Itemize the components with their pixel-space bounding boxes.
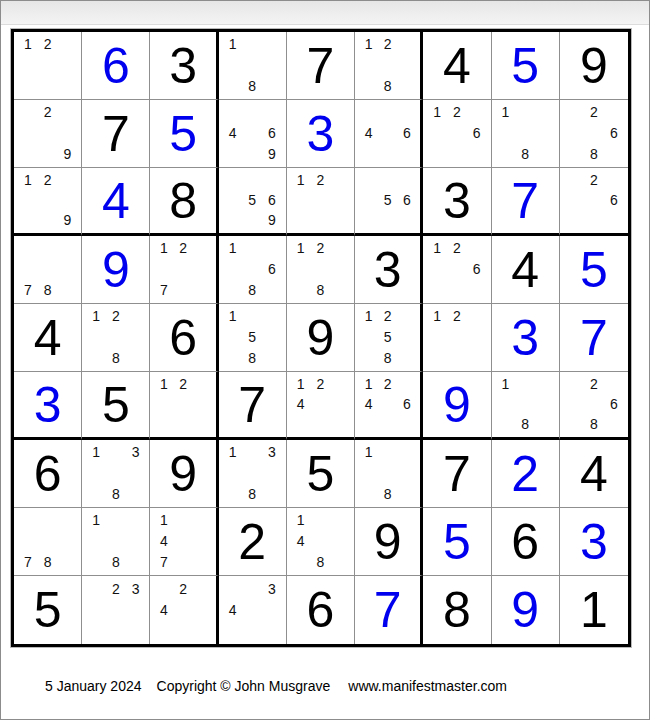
solved-digit: 3 xyxy=(14,372,81,437)
candidate-1: 1 xyxy=(154,374,173,394)
cell-r8c6[interactable]: 9 xyxy=(355,508,423,576)
candidate-1: 1 xyxy=(291,170,311,190)
candidate-1: 1 xyxy=(223,34,243,55)
given-digit: 7 xyxy=(219,372,286,437)
cell-r4c6[interactable]: 3 xyxy=(355,236,423,304)
candidate-1: 1 xyxy=(427,102,447,123)
candidate-7: 7 xyxy=(154,551,173,572)
cell-r2c2[interactable]: 7 xyxy=(82,100,150,168)
candidate-6: 6 xyxy=(262,123,282,144)
candidate-2: 2 xyxy=(378,34,397,55)
cell-r8c3[interactable]: 147 xyxy=(150,508,218,576)
cell-r6c8[interactable]: 18 xyxy=(492,372,560,440)
candidate-2: 2 xyxy=(447,306,467,327)
pencil-marks: 18 xyxy=(86,510,145,572)
candidate-5: 5 xyxy=(378,327,397,348)
candidate-6: 6 xyxy=(604,123,624,144)
candidate-2: 2 xyxy=(311,170,331,190)
cell-r7c5[interactable]: 5 xyxy=(287,440,355,508)
cell-r6c6[interactable]: 1246 xyxy=(355,372,423,440)
cell-r7c2[interactable]: 138 xyxy=(82,440,150,508)
pencil-marks: 127 xyxy=(154,238,211,300)
given-digit: 4 xyxy=(560,440,628,507)
pencil-marks: 128 xyxy=(291,238,350,300)
cell-r4c2[interactable]: 9 xyxy=(82,236,150,304)
candidate-4: 4 xyxy=(223,599,243,620)
given-digit: 7 xyxy=(423,440,490,507)
given-digit: 3 xyxy=(355,236,420,303)
given-digit: 9 xyxy=(150,440,215,507)
sudoku-page: 1263187128459297546934612618268129485691… xyxy=(0,0,650,720)
candidate-3: 3 xyxy=(262,578,282,599)
cell-r4c9[interactable]: 5 xyxy=(560,236,628,304)
cell-r8c9[interactable]: 3 xyxy=(560,508,628,576)
cell-r6c9[interactable]: 268 xyxy=(560,372,628,440)
cell-r3c2[interactable]: 4 xyxy=(82,168,150,236)
candidate-1: 1 xyxy=(18,170,38,190)
candidate-2: 2 xyxy=(106,578,126,599)
candidate-8: 8 xyxy=(378,483,397,504)
cell-r6c7[interactable]: 9 xyxy=(423,372,491,440)
footer-copyright: Copyright © John Musgrave xyxy=(157,678,331,694)
given-digit: 3 xyxy=(423,168,490,233)
cell-r3c3[interactable]: 8 xyxy=(150,168,218,236)
cell-r8c5[interactable]: 148 xyxy=(287,508,355,576)
cell-r9c6[interactable]: 7 xyxy=(355,576,423,644)
candidate-1: 1 xyxy=(223,238,243,259)
candidate-6: 6 xyxy=(262,190,282,210)
candidate-5: 5 xyxy=(378,190,397,210)
candidate-2: 2 xyxy=(378,306,397,327)
cell-r2c5[interactable]: 3 xyxy=(287,100,355,168)
candidate-4: 4 xyxy=(223,123,243,144)
given-digit: 8 xyxy=(423,576,490,644)
cell-r2c9[interactable]: 268 xyxy=(560,100,628,168)
cell-r1c6[interactable]: 128 xyxy=(355,32,423,100)
given-digit: 3 xyxy=(150,32,215,99)
cell-r7c4[interactable]: 138 xyxy=(219,440,287,508)
candidate-1: 1 xyxy=(427,306,447,327)
cell-r9c9[interactable]: 1 xyxy=(560,576,628,644)
pencil-marks: 148 xyxy=(291,510,350,572)
candidate-8: 8 xyxy=(378,347,397,368)
pencil-marks: 46 xyxy=(359,102,416,164)
cell-r2c3[interactable]: 5 xyxy=(150,100,218,168)
cell-r8c1[interactable]: 78 xyxy=(14,508,82,576)
candidate-2: 2 xyxy=(584,102,604,123)
solved-digit: 3 xyxy=(560,508,628,575)
candidate-1: 1 xyxy=(359,34,378,55)
candidate-9: 9 xyxy=(57,143,77,164)
pencil-marks: 129 xyxy=(18,170,77,230)
candidate-2: 2 xyxy=(174,578,193,599)
cell-r4c1[interactable]: 78 xyxy=(14,236,82,304)
candidate-1: 1 xyxy=(359,374,378,394)
candidate-1: 1 xyxy=(154,510,173,531)
given-digit: 1 xyxy=(560,576,628,644)
cell-r2c6[interactable]: 46 xyxy=(355,100,423,168)
candidate-4: 4 xyxy=(291,531,311,552)
given-digit: 9 xyxy=(560,32,628,99)
window-titlebar xyxy=(1,1,649,25)
candidate-8: 8 xyxy=(242,279,262,300)
candidate-1: 1 xyxy=(496,374,516,394)
cell-r7c9[interactable]: 4 xyxy=(560,440,628,508)
cell-r8c2[interactable]: 18 xyxy=(82,508,150,576)
cell-r1c2[interactable]: 6 xyxy=(82,32,150,100)
candidate-8: 8 xyxy=(515,143,535,164)
candidate-6: 6 xyxy=(604,394,624,414)
cell-r7c1[interactable]: 6 xyxy=(14,440,82,508)
candidate-6: 6 xyxy=(604,190,624,210)
candidate-4: 4 xyxy=(154,531,173,552)
pencil-marks: 12 xyxy=(427,306,486,368)
cell-r6c2[interactable]: 5 xyxy=(82,372,150,440)
pencil-marks: 126 xyxy=(427,102,486,164)
cell-r3c9[interactable]: 26 xyxy=(560,168,628,236)
cell-r3c7[interactable]: 3 xyxy=(423,168,491,236)
solved-digit: 9 xyxy=(82,236,149,303)
cell-r3c1[interactable]: 129 xyxy=(14,168,82,236)
cell-r4c5[interactable]: 128 xyxy=(287,236,355,304)
pencil-marks: 469 xyxy=(223,102,282,164)
cell-r7c3[interactable]: 9 xyxy=(150,440,218,508)
given-digit: 7 xyxy=(287,32,354,99)
solved-digit: 7 xyxy=(355,576,420,644)
given-digit: 9 xyxy=(287,304,354,371)
pencil-marks: 268 xyxy=(564,374,624,434)
candidate-3: 3 xyxy=(126,578,146,599)
given-digit: 5 xyxy=(82,372,149,437)
cell-r2c8[interactable]: 18 xyxy=(492,100,560,168)
cell-r7c6[interactable]: 18 xyxy=(355,440,423,508)
cell-r5c8[interactable]: 3 xyxy=(492,304,560,372)
candidate-1: 1 xyxy=(496,102,516,123)
cell-r9c7[interactable]: 8 xyxy=(423,576,491,644)
candidate-8: 8 xyxy=(515,414,535,434)
given-digit: 6 xyxy=(287,576,354,644)
cell-r9c1[interactable]: 5 xyxy=(14,576,82,644)
given-digit: 5 xyxy=(14,576,81,644)
candidate-2: 2 xyxy=(447,238,467,259)
candidate-5: 5 xyxy=(242,190,262,210)
pencil-marks: 126 xyxy=(427,238,486,300)
pencil-marks: 56 xyxy=(359,170,416,230)
candidate-1: 1 xyxy=(359,306,378,327)
given-digit: 4 xyxy=(14,304,81,371)
candidate-2: 2 xyxy=(311,238,331,259)
candidate-4: 4 xyxy=(154,599,173,620)
candidate-6: 6 xyxy=(397,190,416,210)
cell-r5c1[interactable]: 4 xyxy=(14,304,82,372)
candidate-2: 2 xyxy=(106,306,126,327)
pencil-marks: 1246 xyxy=(359,374,416,434)
cell-r7c7[interactable]: 7 xyxy=(423,440,491,508)
candidate-1: 1 xyxy=(86,510,106,531)
given-digit: 5 xyxy=(287,440,354,507)
solved-digit: 5 xyxy=(560,236,628,303)
pencil-marks: 12 xyxy=(154,374,211,434)
candidate-9: 9 xyxy=(57,210,77,230)
candidate-2: 2 xyxy=(378,374,397,394)
candidate-2: 2 xyxy=(174,238,193,259)
candidate-8: 8 xyxy=(311,551,331,572)
pencil-marks: 158 xyxy=(223,306,282,368)
solved-digit: 2 xyxy=(492,440,559,507)
candidate-4: 4 xyxy=(359,394,378,414)
cell-r4c8[interactable]: 4 xyxy=(492,236,560,304)
pencil-marks: 29 xyxy=(18,102,77,164)
candidate-6: 6 xyxy=(467,259,487,280)
given-digit: 6 xyxy=(150,304,215,371)
cell-r5c2[interactable]: 128 xyxy=(82,304,150,372)
pencil-marks: 138 xyxy=(223,442,282,504)
pencil-marks: 569 xyxy=(223,170,282,230)
candidate-1: 1 xyxy=(291,238,311,259)
solved-digit: 7 xyxy=(492,168,559,233)
solved-digit: 5 xyxy=(492,32,559,99)
candidate-9: 9 xyxy=(262,210,282,230)
candidate-7: 7 xyxy=(18,551,38,572)
candidate-1: 1 xyxy=(86,442,106,463)
solved-digit: 6 xyxy=(82,32,149,99)
pencil-marks: 12 xyxy=(18,34,77,96)
pencil-marks: 23 xyxy=(86,578,145,641)
footer: 5 January 2024Copyright © John Musgravew… xyxy=(45,678,507,694)
cell-r3c8[interactable]: 7 xyxy=(492,168,560,236)
candidate-1: 1 xyxy=(154,238,173,259)
candidate-8: 8 xyxy=(584,143,604,164)
given-digit: 4 xyxy=(492,236,559,303)
cell-r1c9[interactable]: 9 xyxy=(560,32,628,100)
solved-digit: 7 xyxy=(560,304,628,371)
solved-digit: 9 xyxy=(492,576,559,644)
pencil-marks: 18 xyxy=(496,374,555,434)
candidate-2: 2 xyxy=(447,102,467,123)
cell-r7c8[interactable]: 2 xyxy=(492,440,560,508)
solved-digit: 3 xyxy=(492,304,559,371)
candidate-1: 1 xyxy=(427,238,447,259)
cell-r6c4[interactable]: 7 xyxy=(219,372,287,440)
candidate-1: 1 xyxy=(359,442,378,463)
candidate-2: 2 xyxy=(584,374,604,394)
solved-digit: 4 xyxy=(82,168,149,233)
cell-r1c8[interactable]: 5 xyxy=(492,32,560,100)
candidate-2: 2 xyxy=(311,374,331,394)
candidate-2: 2 xyxy=(38,102,58,123)
candidate-9: 9 xyxy=(262,143,282,164)
cell-r3c5[interactable]: 12 xyxy=(287,168,355,236)
candidate-7: 7 xyxy=(18,279,38,300)
cell-r6c3[interactable]: 12 xyxy=(150,372,218,440)
pencil-marks: 78 xyxy=(18,238,77,300)
cell-r1c5[interactable]: 7 xyxy=(287,32,355,100)
candidate-8: 8 xyxy=(38,279,58,300)
cell-r5c4[interactable]: 158 xyxy=(219,304,287,372)
cell-r9c8[interactable]: 9 xyxy=(492,576,560,644)
pencil-marks: 34 xyxy=(223,578,282,641)
cell-r2c7[interactable]: 126 xyxy=(423,100,491,168)
cell-r6c1[interactable]: 3 xyxy=(14,372,82,440)
candidate-2: 2 xyxy=(584,170,604,190)
given-digit: 4 xyxy=(423,32,490,99)
solved-digit: 9 xyxy=(423,372,490,437)
cell-r1c7[interactable]: 4 xyxy=(423,32,491,100)
cell-r8c8[interactable]: 6 xyxy=(492,508,560,576)
sudoku-grid: 1263187128459297546934612618268129485691… xyxy=(14,32,628,644)
pencil-marks: 128 xyxy=(86,306,145,368)
pencil-marks: 12 xyxy=(291,170,350,230)
candidate-6: 6 xyxy=(467,123,487,144)
footer-date: 5 January 2024 xyxy=(45,678,142,694)
candidate-8: 8 xyxy=(584,414,604,434)
sudoku-board: 1263187128459297546934612618268129485691… xyxy=(11,29,631,647)
solved-digit: 5 xyxy=(150,100,215,167)
given-digit: 7 xyxy=(82,100,149,167)
candidate-1: 1 xyxy=(86,306,106,327)
candidate-6: 6 xyxy=(397,123,416,144)
candidate-3: 3 xyxy=(262,442,282,463)
given-digit: 8 xyxy=(150,168,215,233)
cell-r5c3[interactable]: 6 xyxy=(150,304,218,372)
pencil-marks: 18 xyxy=(496,102,555,164)
pencil-marks: 18 xyxy=(223,34,282,96)
given-digit: 6 xyxy=(492,508,559,575)
cell-r6c5[interactable]: 124 xyxy=(287,372,355,440)
candidate-4: 4 xyxy=(359,123,378,144)
pencil-marks: 26 xyxy=(564,170,624,230)
cell-r9c5[interactable]: 6 xyxy=(287,576,355,644)
cell-r4c3[interactable]: 127 xyxy=(150,236,218,304)
pencil-marks: 147 xyxy=(154,510,211,572)
cell-r1c4[interactable]: 18 xyxy=(219,32,287,100)
cell-r5c6[interactable]: 1258 xyxy=(355,304,423,372)
candidate-5: 5 xyxy=(242,327,262,348)
cell-r9c2[interactable]: 23 xyxy=(82,576,150,644)
solved-digit: 3 xyxy=(287,100,354,167)
pencil-marks: 128 xyxy=(359,34,416,96)
cell-r8c4[interactable]: 2 xyxy=(219,508,287,576)
footer-website: www.manifestmaster.com xyxy=(348,678,507,694)
cell-r9c3[interactable]: 24 xyxy=(150,576,218,644)
candidate-1: 1 xyxy=(18,34,38,55)
candidate-6: 6 xyxy=(262,259,282,280)
cell-r1c1[interactable]: 12 xyxy=(14,32,82,100)
candidate-1: 1 xyxy=(223,442,243,463)
candidate-2: 2 xyxy=(174,374,193,394)
given-digit: 2 xyxy=(219,508,286,575)
pencil-marks: 168 xyxy=(223,238,282,300)
pencil-marks: 1258 xyxy=(359,306,416,368)
pencil-marks: 138 xyxy=(86,442,145,504)
pencil-marks: 124 xyxy=(291,374,350,434)
candidate-8: 8 xyxy=(311,279,331,300)
given-digit: 9 xyxy=(355,508,420,575)
candidate-8: 8 xyxy=(38,551,58,572)
candidate-2: 2 xyxy=(38,170,58,190)
cell-r3c4[interactable]: 569 xyxy=(219,168,287,236)
candidate-2: 2 xyxy=(38,34,58,55)
candidate-1: 1 xyxy=(223,306,243,327)
cell-r4c7[interactable]: 126 xyxy=(423,236,491,304)
cell-r5c5[interactable]: 9 xyxy=(287,304,355,372)
cell-r5c9[interactable]: 7 xyxy=(560,304,628,372)
candidate-3: 3 xyxy=(126,442,146,463)
candidate-8: 8 xyxy=(106,483,126,504)
candidate-4: 4 xyxy=(291,394,311,414)
cell-r5c7[interactable]: 12 xyxy=(423,304,491,372)
candidate-8: 8 xyxy=(106,551,126,572)
pencil-marks: 24 xyxy=(154,578,211,641)
candidate-8: 8 xyxy=(242,75,262,96)
pencil-marks: 18 xyxy=(359,442,416,504)
candidate-1: 1 xyxy=(291,374,311,394)
cell-r4c4[interactable]: 168 xyxy=(219,236,287,304)
given-digit: 6 xyxy=(14,440,81,507)
candidate-8: 8 xyxy=(378,75,397,96)
pencil-marks: 78 xyxy=(18,510,77,572)
cell-r8c7[interactable]: 5 xyxy=(423,508,491,576)
candidate-8: 8 xyxy=(242,483,262,504)
solved-digit: 5 xyxy=(423,508,490,575)
cell-r2c1[interactable]: 29 xyxy=(14,100,82,168)
cell-r9c4[interactable]: 34 xyxy=(219,576,287,644)
cell-r3c6[interactable]: 56 xyxy=(355,168,423,236)
candidate-8: 8 xyxy=(106,347,126,368)
cell-r1c3[interactable]: 3 xyxy=(150,32,218,100)
candidate-1: 1 xyxy=(291,510,311,531)
candidate-8: 8 xyxy=(242,347,262,368)
pencil-marks: 268 xyxy=(564,102,624,164)
candidate-6: 6 xyxy=(397,394,416,414)
cell-r2c4[interactable]: 469 xyxy=(219,100,287,168)
candidate-7: 7 xyxy=(154,279,173,300)
